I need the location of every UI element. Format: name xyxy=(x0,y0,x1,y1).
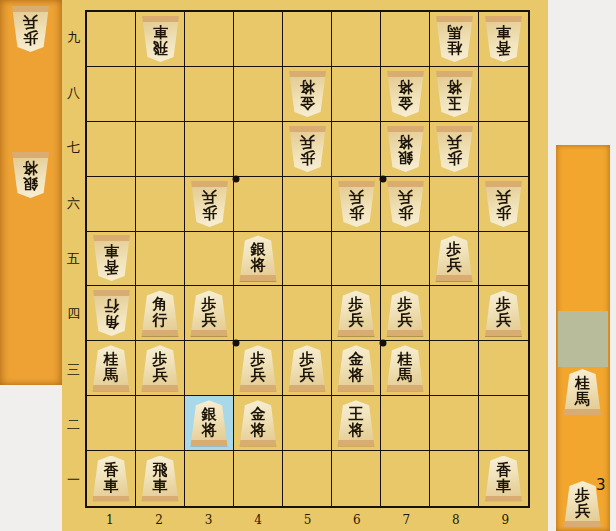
star-point xyxy=(380,175,387,182)
koma-bottom-桂馬[interactable]: 桂馬 xyxy=(562,369,603,415)
square-8-4[interactable] xyxy=(430,286,479,341)
koma-bottom-王将[interactable]: 王将 xyxy=(336,400,377,446)
square-5-1[interactable] xyxy=(283,451,332,506)
koma-top-歩兵[interactable]: 歩兵 xyxy=(336,181,377,227)
koma-label: 王将 xyxy=(336,406,377,438)
koma-label: 桂馬 xyxy=(91,351,132,383)
rank-label: 一 xyxy=(62,453,85,508)
square-8-3[interactable] xyxy=(430,341,479,396)
hand-slot-highlight[interactable] xyxy=(558,311,608,367)
koma-top-角行[interactable]: 角行 xyxy=(91,290,132,336)
koma-top-歩兵[interactable]: 歩兵 xyxy=(434,126,475,172)
rank-label: 六 xyxy=(62,176,85,231)
square-8-9[interactable]: 桂馬 xyxy=(430,12,479,67)
komadai-top-player[interactable]: 歩兵銀将 xyxy=(0,0,62,385)
star-point xyxy=(233,340,240,347)
koma-label: 銀将 xyxy=(10,160,51,192)
square-3-2[interactable]: 銀将 xyxy=(185,396,234,451)
rank-label: 五 xyxy=(62,231,85,286)
square-9-9[interactable]: 香車 xyxy=(479,12,528,67)
koma-bottom-歩兵[interactable]: 歩兵 xyxy=(336,290,377,336)
square-1-2[interactable] xyxy=(87,396,136,451)
koma-label: 桂馬 xyxy=(434,24,475,56)
koma-label: 金将 xyxy=(336,351,377,383)
koma-label: 歩兵 xyxy=(336,296,377,328)
rank-label: 四 xyxy=(62,287,85,342)
koma-bottom-香車[interactable]: 香車 xyxy=(91,456,132,502)
file-label: 4 xyxy=(233,508,282,531)
square-8-5[interactable]: 歩兵 xyxy=(430,232,479,287)
koma-top-金将[interactable]: 金将 xyxy=(385,71,426,117)
square-9-1[interactable]: 香車 xyxy=(479,451,528,506)
square-4-4[interactable] xyxy=(234,286,283,341)
koma-label: 歩兵 xyxy=(434,134,475,166)
rank-label: 七 xyxy=(62,121,85,176)
koma-label: 桂馬 xyxy=(385,351,426,383)
koma-top-金将[interactable]: 金将 xyxy=(287,71,328,117)
square-9-3[interactable] xyxy=(479,341,528,396)
koma-bottom-歩兵[interactable]: 歩兵 xyxy=(140,345,181,391)
square-2-3[interactable]: 歩兵 xyxy=(136,341,185,396)
square-9-2[interactable] xyxy=(479,396,528,451)
square-8-2[interactable] xyxy=(430,396,479,451)
square-3-1[interactable] xyxy=(185,451,234,506)
square-3-4[interactable]: 歩兵 xyxy=(185,286,234,341)
koma-top-香車[interactable]: 香車 xyxy=(483,16,524,62)
square-4-9[interactable] xyxy=(234,12,283,67)
koma-label: 歩兵 xyxy=(385,296,426,328)
square-2-6[interactable] xyxy=(136,177,185,232)
koma-bottom-歩兵[interactable]: 歩兵 xyxy=(189,290,230,336)
square-7-4[interactable]: 歩兵 xyxy=(381,286,430,341)
square-3-8[interactable] xyxy=(185,67,234,122)
file-label: 8 xyxy=(431,508,480,531)
square-7-9[interactable] xyxy=(381,12,430,67)
square-9-8[interactable] xyxy=(479,67,528,122)
koma-label: 歩兵 xyxy=(10,14,51,46)
square-6-8[interactable] xyxy=(332,67,381,122)
square-9-4[interactable]: 歩兵 xyxy=(479,286,528,341)
koma-label: 銀将 xyxy=(189,406,230,438)
file-label: 1 xyxy=(85,508,134,531)
square-2-9[interactable]: 飛車 xyxy=(136,12,185,67)
koma-label: 桂馬 xyxy=(562,375,603,407)
square-3-5[interactable] xyxy=(185,232,234,287)
square-1-8[interactable] xyxy=(87,67,136,122)
koma-top-玉将[interactable]: 玉将 xyxy=(434,71,475,117)
square-7-3[interactable]: 桂馬 xyxy=(381,341,430,396)
square-7-8[interactable]: 金将 xyxy=(381,67,430,122)
koma-top-歩兵[interactable]: 歩兵 xyxy=(385,181,426,227)
koma-label: 歩兵 xyxy=(434,241,475,273)
koma-bottom-歩兵[interactable]: 歩兵 xyxy=(385,290,426,336)
koma-label: 角行 xyxy=(91,298,132,330)
shogi-board-panel: 九八七六五四三二一 123456789 飛車桂馬香車金将金将玉将歩兵銀将歩兵歩兵… xyxy=(62,0,548,531)
square-1-4[interactable]: 角行 xyxy=(87,286,136,341)
square-4-8[interactable] xyxy=(234,67,283,122)
square-6-6[interactable]: 歩兵 xyxy=(332,177,381,232)
square-5-3[interactable]: 歩兵 xyxy=(283,341,332,396)
koma-top-歩兵[interactable]: 歩兵 xyxy=(189,181,230,227)
koma-bottom-角行[interactable]: 角行 xyxy=(140,290,181,336)
koma-label: 歩兵 xyxy=(483,296,524,328)
koma-top-歩兵[interactable]: 歩兵 xyxy=(10,6,51,52)
koma-bottom-香車[interactable]: 香車 xyxy=(483,456,524,502)
square-7-7[interactable]: 銀将 xyxy=(381,122,430,177)
koma-top-銀将[interactable]: 銀将 xyxy=(385,126,426,172)
file-label: 2 xyxy=(134,508,183,531)
koma-label: 金将 xyxy=(287,79,328,111)
board-grid: 飛車桂馬香車金将金将玉将歩兵銀将歩兵歩兵歩兵歩兵歩兵香車銀将歩兵角行角行歩兵歩兵… xyxy=(85,10,530,508)
shogi-app: 歩兵銀将 九八七六五四三二一 123456789 飛車桂馬香車金将金将玉将歩兵銀… xyxy=(0,0,616,531)
koma-label: 玉将 xyxy=(434,79,475,111)
square-3-6[interactable]: 歩兵 xyxy=(185,177,234,232)
square-4-2[interactable]: 金将 xyxy=(234,396,283,451)
square-1-9[interactable] xyxy=(87,12,136,67)
square-5-9[interactable] xyxy=(283,12,332,67)
koma-label: 歩兵 xyxy=(287,134,328,166)
koma-bottom-桂馬[interactable]: 桂馬 xyxy=(385,345,426,391)
koma-label: 歩兵 xyxy=(483,189,524,221)
koma-label: 香車 xyxy=(483,24,524,56)
komadai-bottom-player[interactable]: 桂馬歩兵3 xyxy=(556,145,610,531)
koma-label: 銀将 xyxy=(385,134,426,166)
koma-label: 歩兵 xyxy=(385,189,426,221)
square-6-1[interactable] xyxy=(332,451,381,506)
square-4-1[interactable] xyxy=(234,451,283,506)
square-6-3[interactable]: 金将 xyxy=(332,341,381,396)
square-2-2[interactable] xyxy=(136,396,185,451)
square-4-6[interactable] xyxy=(234,177,283,232)
square-1-1[interactable]: 香車 xyxy=(87,451,136,506)
square-1-5[interactable]: 香車 xyxy=(87,232,136,287)
square-5-4[interactable] xyxy=(283,286,332,341)
rank-labels: 九八七六五四三二一 xyxy=(62,10,85,508)
square-5-8[interactable]: 金将 xyxy=(283,67,332,122)
file-label: 3 xyxy=(184,508,233,531)
square-2-4[interactable]: 角行 xyxy=(136,286,185,341)
square-8-7[interactable]: 歩兵 xyxy=(430,122,479,177)
square-2-7[interactable] xyxy=(136,122,185,177)
koma-bottom-金将[interactable]: 金将 xyxy=(336,345,377,391)
koma-label: 歩兵 xyxy=(287,351,328,383)
square-8-8[interactable]: 玉将 xyxy=(430,67,479,122)
square-3-9[interactable] xyxy=(185,12,234,67)
koma-label: 銀将 xyxy=(238,241,279,273)
koma-top-歩兵[interactable]: 歩兵 xyxy=(287,126,328,172)
square-8-1[interactable] xyxy=(430,451,479,506)
square-1-7[interactable] xyxy=(87,122,136,177)
koma-bottom-歩兵[interactable]: 歩兵 xyxy=(287,345,328,391)
square-6-2[interactable]: 王将 xyxy=(332,396,381,451)
koma-bottom-歩兵[interactable]: 歩兵 xyxy=(483,290,524,336)
koma-bottom-桂馬[interactable]: 桂馬 xyxy=(91,345,132,391)
rank-label: 八 xyxy=(62,65,85,120)
square-5-2[interactable] xyxy=(283,396,332,451)
koma-top-桂馬[interactable]: 桂馬 xyxy=(434,16,475,62)
file-label: 9 xyxy=(481,508,530,531)
star-point xyxy=(380,340,387,347)
koma-top-歩兵[interactable]: 歩兵 xyxy=(483,181,524,227)
koma-label: 金将 xyxy=(385,79,426,111)
koma-label: 歩兵 xyxy=(189,296,230,328)
koma-bottom-金将[interactable]: 金将 xyxy=(238,400,279,446)
square-8-6[interactable] xyxy=(430,177,479,232)
koma-label: 歩兵 xyxy=(336,189,377,221)
square-3-7[interactable] xyxy=(185,122,234,177)
rank-label: 二 xyxy=(62,397,85,452)
file-label: 5 xyxy=(283,508,332,531)
hand-piece-count: 3 xyxy=(596,476,606,494)
koma-label: 角行 xyxy=(140,296,181,328)
square-9-7[interactable] xyxy=(479,122,528,177)
square-6-4[interactable]: 歩兵 xyxy=(332,286,381,341)
square-7-2[interactable] xyxy=(381,396,430,451)
koma-label: 金将 xyxy=(238,406,279,438)
rank-label: 三 xyxy=(62,342,85,397)
file-labels: 123456789 xyxy=(85,508,530,531)
koma-bottom-銀将[interactable]: 銀将 xyxy=(238,235,279,281)
koma-top-香車[interactable]: 香車 xyxy=(91,235,132,281)
koma-label: 歩兵 xyxy=(238,351,279,383)
square-5-7[interactable]: 歩兵 xyxy=(283,122,332,177)
koma-top-銀将[interactable]: 銀将 xyxy=(10,152,51,198)
square-6-5[interactable] xyxy=(332,232,381,287)
koma-label: 香車 xyxy=(91,243,132,275)
koma-label: 歩兵 xyxy=(189,189,230,221)
square-1-3[interactable]: 桂馬 xyxy=(87,341,136,396)
koma-label: 香車 xyxy=(91,462,132,494)
square-5-5[interactable] xyxy=(283,232,332,287)
square-5-6[interactable] xyxy=(283,177,332,232)
koma-label: 歩兵 xyxy=(140,351,181,383)
koma-label: 飛車 xyxy=(140,462,181,494)
koma-bottom-飛車[interactable]: 飛車 xyxy=(140,456,181,502)
square-7-5[interactable] xyxy=(381,232,430,287)
square-9-6[interactable]: 歩兵 xyxy=(479,177,528,232)
square-4-5[interactable]: 銀将 xyxy=(234,232,283,287)
square-7-1[interactable] xyxy=(381,451,430,506)
square-9-5[interactable] xyxy=(479,232,528,287)
square-2-8[interactable] xyxy=(136,67,185,122)
square-2-5[interactable] xyxy=(136,232,185,287)
star-point xyxy=(233,175,240,182)
square-4-3[interactable]: 歩兵 xyxy=(234,341,283,396)
koma-bottom-歩兵[interactable]: 歩兵 xyxy=(238,345,279,391)
koma-label: 香車 xyxy=(483,462,524,494)
file-label: 6 xyxy=(332,508,381,531)
file-label: 7 xyxy=(382,508,431,531)
koma-bottom-歩兵[interactable]: 歩兵 xyxy=(434,235,475,281)
square-4-7[interactable] xyxy=(234,122,283,177)
square-6-7[interactable] xyxy=(332,122,381,177)
square-1-6[interactable] xyxy=(87,177,136,232)
koma-top-飛車[interactable]: 飛車 xyxy=(140,16,181,62)
koma-bottom-銀将[interactable]: 銀将 xyxy=(189,400,230,446)
koma-label: 飛車 xyxy=(140,24,181,56)
square-3-3[interactable] xyxy=(185,341,234,396)
square-6-9[interactable] xyxy=(332,12,381,67)
rank-label: 九 xyxy=(62,10,85,65)
square-7-6[interactable]: 歩兵 xyxy=(381,177,430,232)
square-2-1[interactable]: 飛車 xyxy=(136,451,185,506)
